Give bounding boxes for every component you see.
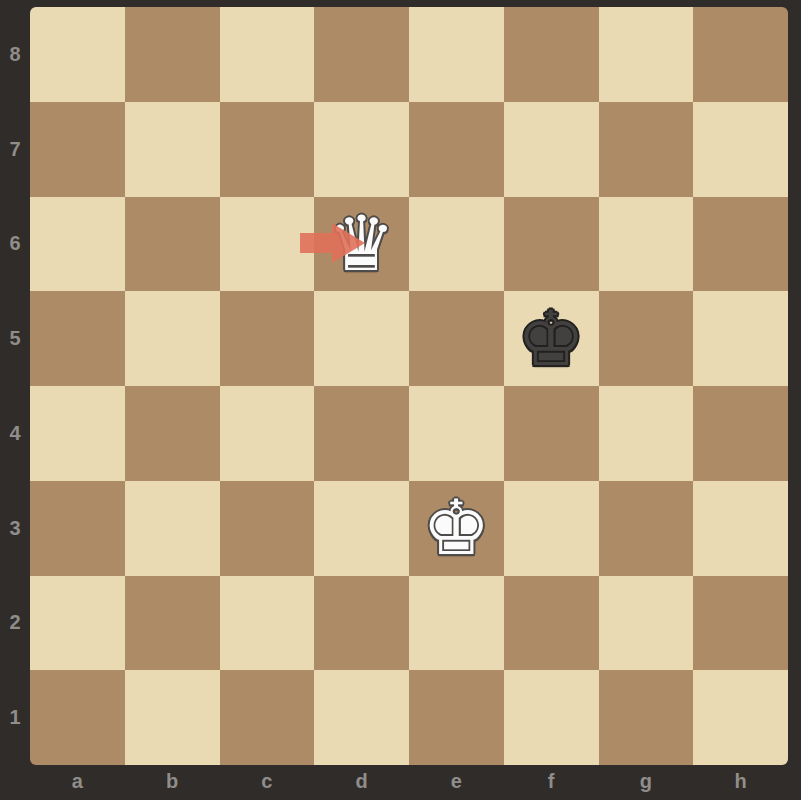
square-e3[interactable]: ♚ (409, 481, 504, 576)
file-label-e: e (409, 765, 504, 798)
square-c8[interactable] (220, 7, 315, 102)
square-b6[interactable] (125, 197, 220, 292)
square-e1[interactable] (409, 670, 504, 765)
piece-black-king-f5[interactable]: ♚ (504, 291, 599, 386)
square-h6[interactable] (693, 197, 788, 292)
square-d8[interactable] (314, 7, 409, 102)
square-g2[interactable] (599, 576, 694, 671)
square-h1[interactable] (693, 670, 788, 765)
square-c6[interactable] (220, 197, 315, 292)
square-e7[interactable] (409, 102, 504, 197)
rank-label-4: 4 (0, 386, 30, 481)
square-d4[interactable] (314, 386, 409, 481)
square-h5[interactable] (693, 291, 788, 386)
square-c2[interactable] (220, 576, 315, 671)
file-label-b: b (125, 765, 220, 798)
rank-label-1: 1 (0, 670, 30, 765)
rank-labels: 87654321 (0, 7, 30, 765)
square-a2[interactable] (30, 576, 125, 671)
square-h3[interactable] (693, 481, 788, 576)
board-container: ♛♚♚ (30, 7, 788, 765)
square-h4[interactable] (693, 386, 788, 481)
square-a5[interactable] (30, 291, 125, 386)
square-e4[interactable] (409, 386, 504, 481)
rank-label-6: 6 (0, 197, 30, 292)
rank-label-7: 7 (0, 102, 30, 197)
square-a3[interactable] (30, 481, 125, 576)
square-d7[interactable] (314, 102, 409, 197)
file-label-f: f (504, 765, 599, 798)
square-e2[interactable] (409, 576, 504, 671)
square-a8[interactable] (30, 7, 125, 102)
square-a4[interactable] (30, 386, 125, 481)
square-d6[interactable]: ♛ (314, 197, 409, 292)
square-g4[interactable] (599, 386, 694, 481)
square-d5[interactable] (314, 291, 409, 386)
square-e6[interactable] (409, 197, 504, 292)
square-h2[interactable] (693, 576, 788, 671)
file-labels: abcdefgh (30, 765, 788, 798)
square-c5[interactable] (220, 291, 315, 386)
rank-label-2: 2 (0, 576, 30, 671)
square-b1[interactable] (125, 670, 220, 765)
square-h7[interactable] (693, 102, 788, 197)
square-c1[interactable] (220, 670, 315, 765)
square-e5[interactable] (409, 291, 504, 386)
square-c3[interactable] (220, 481, 315, 576)
square-g3[interactable] (599, 481, 694, 576)
square-g6[interactable] (599, 197, 694, 292)
rank-label-5: 5 (0, 291, 30, 386)
file-label-a: a (30, 765, 125, 798)
square-g1[interactable] (599, 670, 694, 765)
square-e8[interactable] (409, 7, 504, 102)
piece-white-king-e3[interactable]: ♚ (409, 481, 504, 576)
square-f3[interactable] (504, 481, 599, 576)
square-f1[interactable] (504, 670, 599, 765)
piece-white-queen-d6[interactable]: ♛ (314, 197, 409, 292)
chess-board: ♛♚♚ (30, 7, 788, 765)
file-label-g: g (599, 765, 694, 798)
rank-label-3: 3 (0, 481, 30, 576)
rank-label-8: 8 (0, 7, 30, 102)
square-d2[interactable] (314, 576, 409, 671)
square-b2[interactable] (125, 576, 220, 671)
square-f8[interactable] (504, 7, 599, 102)
square-b4[interactable] (125, 386, 220, 481)
square-c7[interactable] (220, 102, 315, 197)
square-b5[interactable] (125, 291, 220, 386)
square-a7[interactable] (30, 102, 125, 197)
file-label-h: h (693, 765, 788, 798)
square-a6[interactable] (30, 197, 125, 292)
square-f5[interactable]: ♚ (504, 291, 599, 386)
square-b8[interactable] (125, 7, 220, 102)
file-label-d: d (314, 765, 409, 798)
square-g7[interactable] (599, 102, 694, 197)
square-d1[interactable] (314, 670, 409, 765)
square-b7[interactable] (125, 102, 220, 197)
file-label-c: c (220, 765, 315, 798)
square-a1[interactable] (30, 670, 125, 765)
square-d3[interactable] (314, 481, 409, 576)
chess-app: 87654321 ♛♚♚ abcdefgh (0, 0, 801, 800)
square-f4[interactable] (504, 386, 599, 481)
square-c4[interactable] (220, 386, 315, 481)
square-h8[interactable] (693, 7, 788, 102)
square-b3[interactable] (125, 481, 220, 576)
square-g8[interactable] (599, 7, 694, 102)
square-f6[interactable] (504, 197, 599, 292)
square-f7[interactable] (504, 102, 599, 197)
square-g5[interactable] (599, 291, 694, 386)
square-f2[interactable] (504, 576, 599, 671)
